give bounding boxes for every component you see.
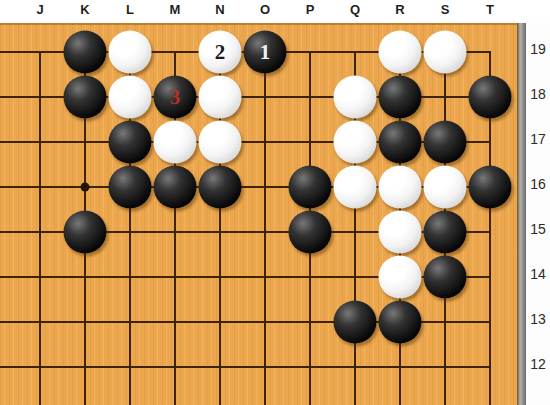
white-stone-glyph: ○ — [442, 47, 448, 57]
column-label: S — [433, 2, 457, 17]
black-stone-glyph: ● — [127, 182, 133, 192]
white-stone-glyph: ○ — [217, 137, 223, 147]
white-stone-glyph: ○ — [397, 182, 403, 192]
stone-white: ○ — [424, 166, 467, 209]
white-stone-glyph: ○ — [172, 137, 178, 147]
stone-black: ● — [469, 76, 512, 119]
stone-white: ○ — [334, 121, 377, 164]
stone-black: ● — [64, 31, 107, 74]
black-stone-glyph: ● — [487, 92, 493, 102]
stone-white: ○ — [154, 121, 197, 164]
white-stone-glyph: ○ — [397, 272, 403, 282]
go-board[interactable]: ●●1●●3●●●●●●●●●●●●●●●●○○2○○○○○○○○○○○○○ — [0, 23, 518, 405]
black-stone-glyph: ● — [127, 137, 133, 147]
stone-black: ● — [289, 166, 332, 209]
stone-white: ○ — [379, 211, 422, 254]
stone-white: ○ — [199, 76, 242, 119]
row-label: 12 — [526, 356, 550, 372]
coordinate-strip-right: 1918171615141312 — [526, 23, 550, 405]
stone-white: ○ — [334, 76, 377, 119]
white-stone-glyph: ○ — [352, 92, 358, 102]
grid-line-vertical — [264, 52, 266, 405]
row-label: 18 — [526, 86, 550, 102]
board-edge-shadow — [517, 23, 526, 405]
white-stone-glyph: ○ — [127, 47, 133, 57]
stone-black: ● — [469, 166, 512, 209]
black-stone-glyph: ● — [307, 182, 313, 192]
stone-white: ○ — [379, 256, 422, 299]
stone-white: ○ — [109, 76, 152, 119]
column-label: K — [73, 2, 97, 17]
stone-white: ○ — [109, 31, 152, 74]
column-label: R — [388, 2, 412, 17]
move-number: 3 — [170, 87, 181, 108]
stone-black: ● — [109, 121, 152, 164]
stone-black: ●3 — [154, 76, 197, 119]
white-stone-glyph: ○ — [397, 47, 403, 57]
white-stone-glyph: ○ — [352, 137, 358, 147]
stone-black: ● — [424, 256, 467, 299]
black-stone-glyph: ● — [397, 92, 403, 102]
black-stone-glyph: ● — [487, 182, 493, 192]
column-label: O — [253, 2, 277, 17]
grid-line-vertical — [39, 52, 41, 405]
black-stone-glyph: ● — [82, 92, 88, 102]
column-label: T — [478, 2, 502, 17]
stone-black: ● — [379, 301, 422, 344]
white-stone-glyph: ○ — [127, 92, 133, 102]
column-label: P — [298, 2, 322, 17]
star-point — [81, 183, 90, 192]
stone-white: ○ — [199, 121, 242, 164]
row-label: 17 — [526, 131, 550, 147]
row-label: 15 — [526, 221, 550, 237]
coordinate-strip-top: JKLMNOPQRST — [0, 0, 550, 23]
stone-white: ○ — [379, 31, 422, 74]
stone-white: ○2 — [199, 31, 242, 74]
black-stone-glyph: ● — [397, 317, 403, 327]
white-stone-glyph: ○ — [352, 182, 358, 192]
black-stone-glyph: ● — [442, 272, 448, 282]
stone-black: ● — [334, 301, 377, 344]
row-label: 13 — [526, 311, 550, 327]
stone-black: ● — [64, 76, 107, 119]
black-stone-glyph: ● — [397, 137, 403, 147]
white-stone-glyph: ○ — [217, 92, 223, 102]
go-diagram: JKLMNOPQRST ●●1●●3●●●●●●●●●●●●●●●●○○2○○○… — [0, 0, 550, 405]
stone-black: ● — [424, 211, 467, 254]
stone-black: ● — [424, 121, 467, 164]
row-label: 14 — [526, 266, 550, 282]
stone-black: ● — [109, 166, 152, 209]
stone-black: ● — [379, 76, 422, 119]
stone-black: ● — [199, 166, 242, 209]
stone-white: ○ — [424, 31, 467, 74]
black-stone-glyph: ● — [82, 47, 88, 57]
white-stone-glyph: ○ — [397, 227, 403, 237]
black-stone-glyph: ● — [307, 227, 313, 237]
stone-black: ● — [154, 166, 197, 209]
stone-black: ● — [379, 121, 422, 164]
stone-black: ● — [64, 211, 107, 254]
move-number: 1 — [260, 42, 271, 63]
stone-white: ○ — [334, 166, 377, 209]
black-stone-glyph: ● — [442, 227, 448, 237]
black-stone-glyph: ● — [352, 317, 358, 327]
column-label: L — [118, 2, 142, 17]
row-label: 19 — [526, 41, 550, 57]
column-label: J — [28, 2, 52, 17]
black-stone-glyph: ● — [172, 182, 178, 192]
stone-black: ● — [289, 211, 332, 254]
column-label: N — [208, 2, 232, 17]
white-stone-glyph: ○ — [442, 182, 448, 192]
row-label: 16 — [526, 176, 550, 192]
grid-line-horizontal — [0, 366, 491, 368]
black-stone-glyph: ● — [82, 227, 88, 237]
move-number: 2 — [215, 42, 226, 63]
black-stone-glyph: ● — [442, 137, 448, 147]
column-label: Q — [343, 2, 367, 17]
black-stone-glyph: ● — [217, 182, 223, 192]
stone-black: ●1 — [244, 31, 287, 74]
column-label: M — [163, 2, 187, 17]
stone-white: ○ — [379, 166, 422, 209]
